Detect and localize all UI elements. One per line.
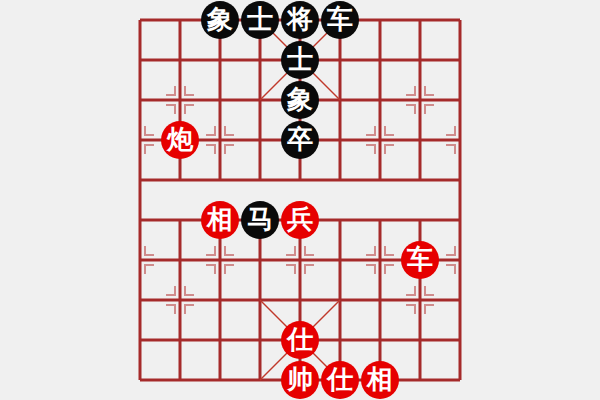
piece-red-elephant[interactable]: 相 bbox=[201, 201, 239, 239]
piece-glyph: 马 bbox=[247, 206, 273, 232]
piece-red-chariot[interactable]: 车 bbox=[401, 241, 439, 279]
piece-black-elephant[interactable]: 象 bbox=[201, 1, 239, 39]
xiangqi-app: 象士将车士象卒炮马相兵车仕帅仕相 bbox=[0, 0, 600, 400]
piece-black-general[interactable]: 将 bbox=[281, 1, 319, 39]
piece-black-horse[interactable]: 马 bbox=[241, 201, 279, 239]
piece-black-soldier[interactable]: 卒 bbox=[281, 121, 319, 159]
piece-glyph: 将 bbox=[287, 6, 313, 32]
piece-glyph: 车 bbox=[327, 6, 353, 32]
piece-glyph: 卒 bbox=[287, 126, 313, 152]
piece-glyph: 帅 bbox=[287, 366, 313, 392]
piece-glyph: 象 bbox=[207, 6, 233, 32]
piece-glyph: 士 bbox=[287, 46, 313, 72]
piece-black-elephant[interactable]: 象 bbox=[281, 81, 319, 119]
piece-black-advisor[interactable]: 士 bbox=[281, 41, 319, 79]
piece-glyph: 炮 bbox=[167, 126, 193, 152]
piece-glyph: 相 bbox=[207, 206, 233, 232]
piece-glyph: 兵 bbox=[287, 206, 313, 232]
piece-red-advisor[interactable]: 仕 bbox=[281, 321, 319, 359]
piece-black-chariot[interactable]: 车 bbox=[321, 1, 359, 39]
piece-red-cannon[interactable]: 炮 bbox=[161, 121, 199, 159]
piece-glyph: 相 bbox=[367, 366, 393, 392]
xiangqi-board[interactable]: 象士将车士象卒炮马相兵车仕帅仕相 bbox=[120, 0, 480, 400]
piece-red-elephant[interactable]: 相 bbox=[361, 361, 399, 399]
piece-glyph: 士 bbox=[247, 6, 273, 32]
piece-glyph: 仕 bbox=[287, 326, 313, 352]
piece-glyph: 象 bbox=[287, 86, 313, 112]
piece-glyph: 仕 bbox=[327, 366, 353, 392]
piece-glyph: 车 bbox=[407, 246, 433, 272]
piece-red-general[interactable]: 帅 bbox=[281, 361, 319, 399]
piece-red-soldier[interactable]: 兵 bbox=[281, 201, 319, 239]
piece-red-advisor[interactable]: 仕 bbox=[321, 361, 359, 399]
piece-black-advisor[interactable]: 士 bbox=[241, 1, 279, 39]
